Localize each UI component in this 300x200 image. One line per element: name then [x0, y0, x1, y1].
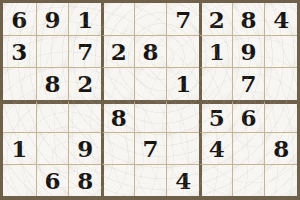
cell-r6c1[interactable] — [3, 164, 36, 196]
cell-r2c1[interactable]: 3 — [3, 35, 36, 67]
cell-r2c7[interactable]: 1 — [199, 35, 232, 67]
cell-r1c7[interactable]: 2 — [199, 3, 232, 35]
cell-r5c6[interactable] — [166, 132, 199, 164]
cell-r3c8[interactable]: 7 — [232, 67, 265, 99]
cell-r2c8[interactable]: 9 — [232, 35, 265, 67]
cell-r6c6[interactable]: 4 — [166, 164, 199, 196]
cell-r4c6[interactable] — [166, 100, 199, 132]
cell-r6c3[interactable]: 8 — [68, 164, 101, 196]
cell-r4c7[interactable]: 5 — [199, 100, 232, 132]
cell-r2c4[interactable]: 2 — [101, 35, 134, 67]
cell-r1c4[interactable] — [101, 3, 134, 35]
cell-r5c4[interactable] — [101, 132, 134, 164]
cell-r3c5[interactable] — [134, 67, 167, 99]
cell-r5c9[interactable]: 8 — [264, 132, 297, 164]
cell-r1c6[interactable]: 7 — [166, 3, 199, 35]
cell-r3c1[interactable] — [3, 67, 36, 99]
cell-r6c2[interactable]: 6 — [36, 164, 69, 196]
cell-r4c3[interactable] — [68, 100, 101, 132]
cell-r6c7[interactable] — [199, 164, 232, 196]
cell-r1c1[interactable]: 6 — [3, 3, 36, 35]
cell-r5c1[interactable]: 1 — [3, 132, 36, 164]
cell-r3c6[interactable]: 1 — [166, 67, 199, 99]
cell-r4c9[interactable] — [264, 100, 297, 132]
cell-r1c2[interactable]: 9 — [36, 3, 69, 35]
cell-r2c3[interactable]: 7 — [68, 35, 101, 67]
cell-r1c9[interactable]: 4 — [264, 3, 297, 35]
cell-r2c6[interactable] — [166, 35, 199, 67]
cell-r6c9[interactable] — [264, 164, 297, 196]
cell-r5c5[interactable]: 7 — [134, 132, 167, 164]
cell-r3c7[interactable] — [199, 67, 232, 99]
cell-r3c9[interactable] — [264, 67, 297, 99]
cell-r4c8[interactable]: 6 — [232, 100, 265, 132]
cell-r5c2[interactable] — [36, 132, 69, 164]
cell-r4c1[interactable] — [3, 100, 36, 132]
cell-r4c4[interactable]: 8 — [101, 100, 134, 132]
sudoku-screenshot: 6917284372819821785619748684 — [0, 0, 300, 200]
cell-r6c8[interactable] — [232, 164, 265, 196]
cell-r4c2[interactable] — [36, 100, 69, 132]
cell-r1c8[interactable]: 8 — [232, 3, 265, 35]
cell-r2c2[interactable] — [36, 35, 69, 67]
cell-r5c7[interactable]: 4 — [199, 132, 232, 164]
cell-r1c3[interactable]: 1 — [68, 3, 101, 35]
cell-r3c2[interactable]: 8 — [36, 67, 69, 99]
cell-r5c3[interactable]: 9 — [68, 132, 101, 164]
cell-r2c9[interactable] — [264, 35, 297, 67]
cell-r2c5[interactable]: 8 — [134, 35, 167, 67]
cell-r6c5[interactable] — [134, 164, 167, 196]
cell-r5c8[interactable] — [232, 132, 265, 164]
cell-r4c5[interactable] — [134, 100, 167, 132]
sudoku-board: 6917284372819821785619748684 — [0, 0, 300, 200]
cell-r3c4[interactable] — [101, 67, 134, 99]
cell-r6c4[interactable] — [101, 164, 134, 196]
cell-r1c5[interactable] — [134, 3, 167, 35]
cell-r3c3[interactable]: 2 — [68, 67, 101, 99]
